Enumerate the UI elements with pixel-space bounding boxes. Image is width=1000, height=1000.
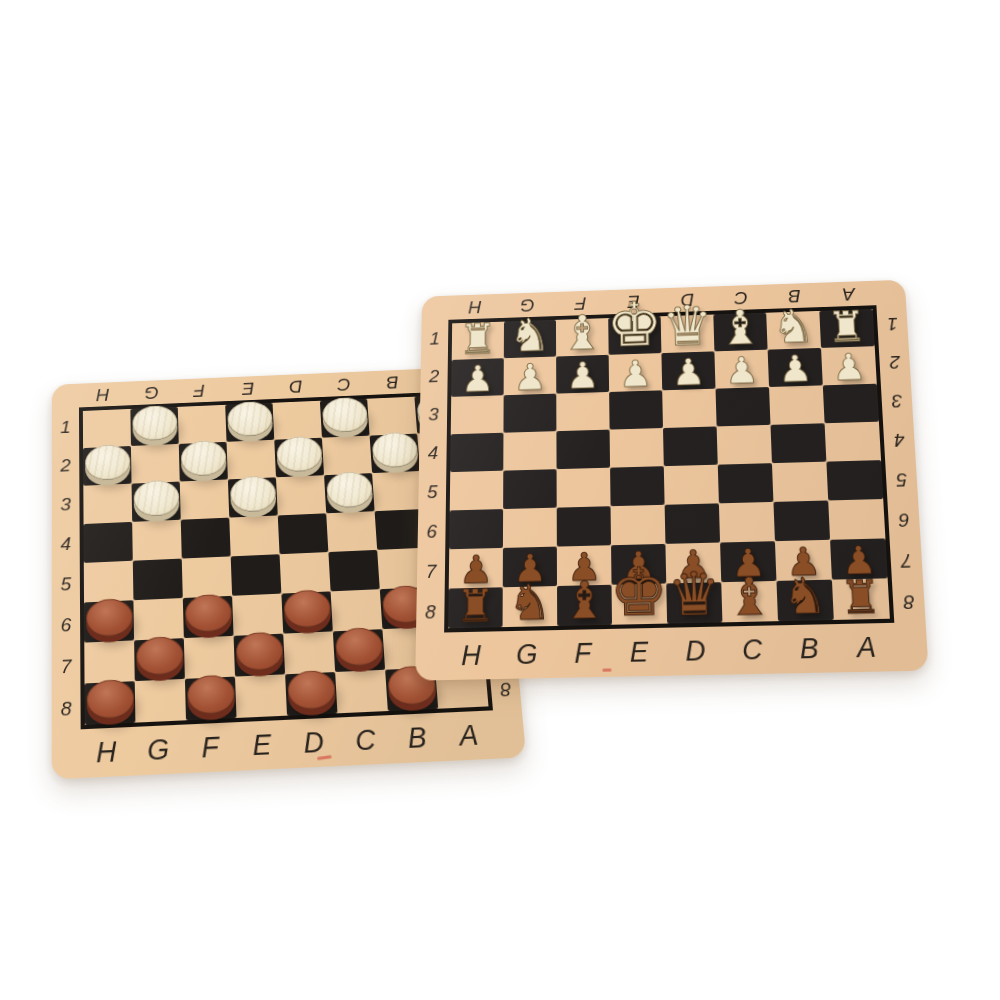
checker-brown-H8[interactable]	[86, 679, 134, 719]
chess-left-rank-label-3: 3	[428, 404, 439, 425]
square-B3[interactable]	[372, 471, 423, 511]
chess-bottom-file-label-G: G	[516, 638, 538, 671]
square-C1[interactable]	[320, 399, 370, 438]
square-B1[interactable]: ♞	[766, 311, 821, 350]
checkers-bottom-file-label-B: B	[407, 721, 429, 755]
square-B2[interactable]	[370, 434, 420, 474]
checker-brown-C7[interactable]	[334, 627, 383, 667]
checker-white-D2[interactable]	[276, 436, 323, 473]
square-D5[interactable]	[664, 465, 719, 505]
chess-piece-brown-knight-B8[interactable]: ♞	[782, 573, 828, 621]
square-G3[interactable]	[503, 394, 556, 433]
square-G4[interactable]	[132, 520, 182, 561]
chess-piece-brown-knight-G8[interactable]: ♞	[508, 579, 552, 627]
square-D6[interactable]	[665, 503, 720, 544]
square-B8[interactable]: ♞	[776, 580, 833, 622]
square-G6[interactable]	[133, 598, 183, 640]
chess-right-rank-label-1: 1	[886, 313, 898, 334]
chess-left-rank-label-8: 8	[425, 601, 436, 624]
chess-piece-white-knight-G1[interactable]: ♞	[509, 314, 551, 358]
checker-white-E3[interactable]	[229, 475, 276, 512]
square-F2[interactable]	[179, 442, 228, 482]
chess-piece-white-king-E1[interactable]: ♚	[606, 296, 663, 355]
product-photo-scene: HGFEDCBAHGFEDCBA1234567812345678 HGFEDCB…	[0, 0, 1000, 1000]
chess-left-rank-label-7: 7	[426, 561, 437, 583]
square-D1[interactable]	[273, 401, 322, 440]
checkers-bottom-file-label-H: H	[96, 736, 118, 770]
chess-piece-white-pawn-G2[interactable]: ♟	[513, 360, 546, 395]
square-H6[interactable]	[449, 509, 503, 549]
square-A6[interactable]	[828, 499, 885, 540]
chess-right-rank-label-6: 6	[898, 508, 910, 531]
checkers-left-rank-labels: 12345678	[52, 407, 81, 730]
square-D8[interactable]	[285, 672, 337, 716]
square-G1[interactable]	[130, 407, 178, 446]
checkers-top-file-label-G: G	[144, 382, 159, 403]
chess-left-rank-label-1: 1	[429, 328, 439, 349]
square-A5[interactable]	[826, 460, 883, 500]
square-C3[interactable]	[716, 387, 771, 426]
square-E1[interactable]: ♚	[608, 316, 661, 355]
square-C8[interactable]	[335, 670, 388, 714]
checkers-bottom-file-label-A: A	[458, 719, 480, 752]
chess-piece-brown-king-E8[interactable]: ♚	[610, 561, 669, 625]
square-D7[interactable]	[283, 631, 335, 674]
square-G3[interactable]	[132, 482, 181, 522]
square-C5[interactable]	[328, 550, 379, 592]
square-H4[interactable]	[84, 522, 133, 563]
chess-piece-white-queen-D1[interactable]: ♛	[661, 299, 713, 353]
square-B1[interactable]	[367, 397, 417, 436]
checkers-top-file-label-H: H	[96, 384, 109, 405]
square-A3[interactable]	[823, 384, 879, 424]
chess-piece-white-pawn-D2[interactable]: ♟	[671, 354, 705, 390]
square-F1[interactable]: ♝	[556, 318, 609, 356]
chess-right-rank-label-3: 3	[891, 390, 903, 412]
square-D6[interactable]	[281, 591, 332, 633]
checker-brown-F6[interactable]	[184, 594, 232, 633]
chess-piece-white-rook-A1[interactable]: ♜	[826, 307, 867, 348]
square-G4[interactable]	[503, 431, 556, 470]
square-G2[interactable]	[131, 444, 180, 484]
chess-right-rank-label-2: 2	[889, 351, 901, 372]
chess-piece-white-pawn-B2[interactable]: ♟	[778, 351, 813, 387]
chess-left-rank-label-2: 2	[429, 366, 440, 387]
square-C6[interactable]	[719, 502, 775, 543]
square-E1[interactable]	[225, 403, 274, 442]
square-H1[interactable]	[83, 409, 131, 448]
square-F6[interactable]	[557, 506, 611, 546]
square-D2[interactable]	[274, 438, 324, 478]
square-A8[interactable]: ♜	[832, 578, 890, 620]
checker-brown-G7[interactable]	[136, 636, 184, 676]
chess-piece-white-bishop-F1[interactable]: ♝	[560, 310, 604, 356]
square-D3[interactable]	[662, 389, 716, 428]
square-C3[interactable]	[324, 473, 375, 513]
square-H7[interactable]	[84, 640, 134, 683]
checker-white-H2[interactable]	[85, 444, 130, 481]
square-F2[interactable]: ♟	[556, 355, 609, 394]
square-F1[interactable]	[178, 405, 227, 444]
square-G6[interactable]	[503, 508, 557, 548]
chess-bottom-file-label-D: D	[685, 635, 707, 668]
square-F4[interactable]	[556, 430, 610, 470]
square-E7[interactable]	[234, 634, 286, 677]
checkers-right-rank-label-8: 8	[499, 677, 512, 700]
chess-bottom-file-label-F: F	[574, 637, 592, 670]
square-H5[interactable]	[450, 471, 504, 511]
checkers-left-rank-label-4: 4	[60, 533, 71, 555]
square-B6[interactable]	[773, 500, 830, 541]
square-E5[interactable]	[610, 466, 665, 506]
square-B4[interactable]	[770, 423, 826, 463]
square-C4[interactable]	[717, 425, 772, 465]
square-D1[interactable]: ♛	[661, 315, 715, 354]
chess-piece-brown-rook-A8[interactable]: ♜	[839, 576, 882, 620]
square-C4[interactable]	[326, 511, 377, 552]
chess-right-rank-label-8: 8	[903, 590, 915, 613]
chess-bottom-file-label-E: E	[629, 636, 649, 669]
checkers-bottom-file-label-D: D	[303, 726, 326, 760]
checker-white-F2[interactable]	[180, 440, 226, 477]
checker-brown-D8[interactable]	[287, 670, 336, 710]
square-G2[interactable]: ♟	[504, 357, 557, 396]
chess-top-file-label-H: H	[468, 296, 481, 317]
checkers-left-rank-label-5: 5	[60, 573, 71, 595]
chess-piece-white-pawn-C2[interactable]: ♟	[724, 353, 759, 389]
chess-piece-white-bishop-C1[interactable]: ♝	[718, 305, 764, 351]
square-F4[interactable]	[181, 518, 231, 559]
chess-piece-white-knight-B1[interactable]: ♞	[771, 305, 815, 350]
checkers-left-rank-label-1: 1	[60, 417, 70, 438]
square-C1[interactable]: ♝	[713, 313, 767, 352]
square-C2[interactable]: ♟	[714, 350, 769, 389]
square-G7[interactable]	[134, 638, 185, 681]
checker-white-C1[interactable]	[321, 397, 368, 433]
square-D8[interactable]: ♛	[666, 582, 722, 623]
square-C2[interactable]	[322, 436, 372, 476]
chess-bottom-file-label-H: H	[461, 639, 482, 672]
square-E4[interactable]	[610, 428, 664, 468]
chess-piece-brown-queen-D8[interactable]: ♛	[667, 566, 721, 624]
square-G8[interactable]: ♞	[503, 586, 558, 627]
checkers-bottom-file-label-F: F	[201, 731, 220, 765]
square-H3[interactable]	[451, 395, 504, 434]
square-D3[interactable]	[276, 475, 326, 515]
square-A1[interactable]: ♜	[819, 309, 874, 348]
chess-bottom-file-label-C: C	[742, 633, 764, 666]
chess-right-rank-label-4: 4	[893, 429, 905, 451]
square-G5[interactable]	[503, 469, 557, 509]
square-E8[interactable]	[235, 674, 287, 718]
square-F3[interactable]	[556, 392, 609, 431]
checker-white-E1[interactable]	[227, 401, 273, 437]
chess-top-file-label-A: A	[842, 283, 856, 304]
checkers-left-rank-label-6: 6	[61, 614, 72, 637]
square-E4[interactable]	[229, 515, 279, 556]
square-H6[interactable]	[84, 600, 134, 642]
checkers-left-rank-label-2: 2	[60, 455, 70, 476]
square-B5[interactable]	[772, 462, 828, 502]
square-E5[interactable]	[231, 554, 282, 596]
checkers-top-file-label-B: B	[385, 372, 399, 393]
square-F8[interactable]	[185, 677, 237, 721]
chess-piece-brown-bishop-C8[interactable]: ♝	[726, 572, 774, 622]
square-G5[interactable]	[133, 559, 183, 601]
square-F3[interactable]	[180, 479, 230, 519]
square-H8[interactable]	[85, 681, 136, 725]
chess-bottom-file-label-A: A	[856, 631, 878, 664]
checker-white-G3[interactable]	[133, 480, 179, 517]
chess-piece-white-pawn-A2[interactable]: ♟	[831, 349, 867, 385]
chess-piece-brown-rook-H8[interactable]: ♜	[456, 585, 496, 629]
square-C8[interactable]: ♝	[721, 581, 778, 622]
square-D4[interactable]	[663, 426, 718, 466]
checker-brown-D6[interactable]	[283, 589, 331, 628]
checker-white-G1[interactable]	[132, 405, 177, 441]
checkers-left-rank-label-3: 3	[60, 493, 71, 515]
chess-left-rank-label-4: 4	[428, 442, 439, 464]
checkers-bottom-file-label-G: G	[147, 733, 171, 767]
square-G8[interactable]	[135, 679, 186, 723]
checkers-top-file-label-F: F	[194, 380, 206, 401]
chess-right-rank-label-5: 5	[895, 468, 907, 490]
checkers-bottom-file-label-E: E	[252, 728, 273, 762]
square-G1[interactable]: ♞	[504, 320, 556, 358]
square-A4[interactable]	[825, 422, 881, 462]
checkers-top-file-label-D: D	[289, 376, 303, 397]
square-E3[interactable]	[228, 477, 278, 517]
square-H5[interactable]	[84, 561, 134, 603]
square-C6[interactable]	[331, 589, 383, 631]
square-A2[interactable]: ♟	[821, 346, 877, 385]
square-B2[interactable]: ♟	[768, 348, 823, 387]
square-E2[interactable]	[227, 440, 276, 480]
checker-white-B2[interactable]	[371, 432, 418, 469]
square-C7[interactable]	[333, 629, 385, 672]
chess-left-rank-label-6: 6	[426, 521, 437, 543]
square-D4[interactable]	[278, 513, 329, 554]
square-E6[interactable]	[232, 594, 283, 636]
checker-brown-H6[interactable]	[86, 598, 133, 637]
checker-white-C3[interactable]	[325, 471, 372, 508]
chess-left-rank-label-5: 5	[427, 481, 438, 503]
square-F6[interactable]	[183, 596, 234, 638]
square-F8[interactable]: ♝	[557, 585, 612, 626]
square-C5[interactable]	[718, 463, 774, 503]
square-F5[interactable]	[557, 468, 611, 508]
chess-board: HGFEDCBAHGFEDCBA1234567812345678♜♞♝♚♛♝♞♜…	[415, 280, 928, 681]
square-H2[interactable]	[83, 446, 131, 486]
chess-piece-white-pawn-H2[interactable]: ♟	[461, 361, 494, 396]
square-H3[interactable]	[83, 484, 132, 524]
checker-brown-E7[interactable]	[235, 631, 283, 671]
square-E3[interactable]	[609, 390, 663, 429]
chess-right-rank-label-7: 7	[900, 549, 912, 572]
chess-piece-white-pawn-E2[interactable]: ♟	[618, 356, 652, 392]
checkers-left-rank-label-7: 7	[61, 655, 72, 678]
square-H1[interactable]: ♜	[452, 322, 504, 360]
square-F7[interactable]	[184, 636, 235, 679]
square-H2[interactable]: ♟	[451, 358, 504, 397]
chess-piece-white-pawn-F2[interactable]: ♟	[566, 358, 600, 393]
checkers-bottom-file-label-C: C	[354, 724, 377, 758]
square-F5[interactable]	[182, 556, 232, 598]
square-B3[interactable]	[769, 385, 825, 424]
chess-grid: ♜♞♝♚♛♝♞♜♟♟♟♟♟♟♟♟♟♟♟♟♟♟♟♟♜♞♝♚♛♝♞♜	[444, 305, 894, 632]
chess-piece-brown-bishop-F8[interactable]: ♝	[562, 576, 608, 626]
chess-left-rank-labels: 12345678	[416, 320, 448, 633]
square-H4[interactable]	[450, 433, 503, 472]
checkers-top-file-label-C: C	[337, 374, 351, 395]
square-E6[interactable]	[611, 505, 666, 545]
square-H8[interactable]: ♜	[448, 587, 503, 628]
checker-brown-F8[interactable]	[186, 674, 234, 714]
chess-piece-white-rook-H1[interactable]: ♜	[459, 319, 497, 359]
square-D5[interactable]	[280, 552, 331, 594]
square-E8[interactable]: ♚	[612, 583, 668, 624]
chess-bottom-file-label-B: B	[799, 632, 820, 665]
checkers-left-rank-label-8: 8	[61, 697, 72, 720]
checkers-top-file-label-E: E	[241, 378, 254, 399]
